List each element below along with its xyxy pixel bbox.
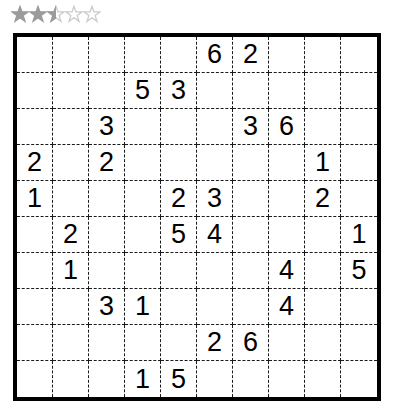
cell-r3c6[interactable] (197, 109, 233, 145)
cell-r4c5[interactable] (161, 145, 197, 181)
cell-r7c9[interactable] (305, 253, 341, 289)
cell-r4c3-clue: 2 (89, 145, 125, 181)
cell-r1c10[interactable] (341, 37, 377, 73)
cell-r2c2[interactable] (53, 73, 89, 109)
star-half-icon (47, 5, 65, 23)
cell-r3c7-clue: 3 (233, 109, 269, 145)
cell-r5c4[interactable] (125, 181, 161, 217)
cell-r6c1[interactable] (17, 217, 53, 253)
cell-r2c10[interactable] (341, 73, 377, 109)
cell-r10c7[interactable] (233, 361, 269, 397)
star-icon (83, 5, 101, 23)
cell-r5c3[interactable] (89, 181, 125, 217)
cell-r5c8[interactable] (269, 181, 305, 217)
puzzle-screenshot: 6253336221123225411453142615 (0, 0, 396, 412)
cell-r10c4-clue: 1 (125, 361, 161, 397)
cell-r7c2-clue: 1 (53, 253, 89, 289)
cell-r4c4[interactable] (125, 145, 161, 181)
cell-r5c9-clue: 2 (305, 181, 341, 217)
cell-r4c6[interactable] (197, 145, 233, 181)
cell-r4c7[interactable] (233, 145, 269, 181)
cell-r7c10-clue: 5 (341, 253, 377, 289)
cell-r8c2[interactable] (53, 289, 89, 325)
cell-r5c5-clue: 2 (161, 181, 197, 217)
cell-r10c2[interactable] (53, 361, 89, 397)
cell-r4c10[interactable] (341, 145, 377, 181)
cell-r1c7-clue: 2 (233, 37, 269, 73)
cell-r8c1[interactable] (17, 289, 53, 325)
cell-r8c8-clue: 4 (269, 289, 305, 325)
cell-r10c10[interactable] (341, 361, 377, 397)
cell-r4c2[interactable] (53, 145, 89, 181)
cell-r3c4[interactable] (125, 109, 161, 145)
cell-r6c2-clue: 2 (53, 217, 89, 253)
cell-r2c6[interactable] (197, 73, 233, 109)
cell-r5c6-clue: 3 (197, 181, 233, 217)
cell-r6c10-clue: 1 (341, 217, 377, 253)
cell-r3c2[interactable] (53, 109, 89, 145)
cell-r5c1-clue: 1 (17, 181, 53, 217)
cell-r6c9[interactable] (305, 217, 341, 253)
cell-r2c5-clue: 3 (161, 73, 197, 109)
star-icon (29, 5, 47, 23)
cell-r8c10[interactable] (341, 289, 377, 325)
cell-r2c7[interactable] (233, 73, 269, 109)
cell-r8c9[interactable] (305, 289, 341, 325)
difficulty-rating (11, 5, 101, 23)
cell-r9c9[interactable] (305, 325, 341, 361)
cell-r8c7[interactable] (233, 289, 269, 325)
cell-r3c9[interactable] (305, 109, 341, 145)
cell-r1c4[interactable] (125, 37, 161, 73)
cell-r3c10[interactable] (341, 109, 377, 145)
puzzle-grid: 6253336221123225411453142615 (13, 33, 381, 401)
cell-r1c3[interactable] (89, 37, 125, 73)
cell-r10c6[interactable] (197, 361, 233, 397)
cell-r9c3[interactable] (89, 325, 125, 361)
cell-r9c1[interactable] (17, 325, 53, 361)
cell-r5c7[interactable] (233, 181, 269, 217)
cell-r7c3[interactable] (89, 253, 125, 289)
cell-r9c5[interactable] (161, 325, 197, 361)
cell-r10c8[interactable] (269, 361, 305, 397)
cell-r1c2[interactable] (53, 37, 89, 73)
cell-r4c1-clue: 2 (17, 145, 53, 181)
cell-r7c8-clue: 4 (269, 253, 305, 289)
cell-r8c3-clue: 3 (89, 289, 125, 325)
cell-r9c4[interactable] (125, 325, 161, 361)
cell-r7c7[interactable] (233, 253, 269, 289)
cell-r9c10[interactable] (341, 325, 377, 361)
cell-r4c9-clue: 1 (305, 145, 341, 181)
cell-r9c6-clue: 2 (197, 325, 233, 361)
cell-r8c4-clue: 1 (125, 289, 161, 325)
cell-r6c6-clue: 4 (197, 217, 233, 253)
cell-r5c10[interactable] (341, 181, 377, 217)
cell-r10c9[interactable] (305, 361, 341, 397)
cell-r3c3-clue: 3 (89, 109, 125, 145)
cell-r2c8[interactable] (269, 73, 305, 109)
cell-r1c8[interactable] (269, 37, 305, 73)
cell-r8c5[interactable] (161, 289, 197, 325)
cell-r10c5-clue: 5 (161, 361, 197, 397)
cell-r1c1[interactable] (17, 37, 53, 73)
cell-r3c1[interactable] (17, 109, 53, 145)
cell-r7c6[interactable] (197, 253, 233, 289)
cell-r8c6[interactable] (197, 289, 233, 325)
cell-r6c3[interactable] (89, 217, 125, 253)
star-icon (65, 5, 83, 23)
cell-r1c6-clue: 6 (197, 37, 233, 73)
cell-r1c9[interactable] (305, 37, 341, 73)
cell-r7c1[interactable] (17, 253, 53, 289)
cell-r7c5[interactable] (161, 253, 197, 289)
cell-r2c4-clue: 5 (125, 73, 161, 109)
cell-r9c7-clue: 6 (233, 325, 269, 361)
cell-r6c8[interactable] (269, 217, 305, 253)
cell-r6c7[interactable] (233, 217, 269, 253)
cell-r9c8[interactable] (269, 325, 305, 361)
cell-r2c3[interactable] (89, 73, 125, 109)
cell-r3c5[interactable] (161, 109, 197, 145)
cell-r10c3[interactable] (89, 361, 125, 397)
cell-r2c9[interactable] (305, 73, 341, 109)
cell-r1c5[interactable] (161, 37, 197, 73)
cell-r6c4[interactable] (125, 217, 161, 253)
cell-r10c1[interactable] (17, 361, 53, 397)
cell-r9c2[interactable] (53, 325, 89, 361)
cell-r6c5-clue: 5 (161, 217, 197, 253)
cell-r2c1[interactable] (17, 73, 53, 109)
cell-r4c8[interactable] (269, 145, 305, 181)
cell-r7c4[interactable] (125, 253, 161, 289)
cell-r5c2[interactable] (53, 181, 89, 217)
cell-r3c8-clue: 6 (269, 109, 305, 145)
star-icon (11, 5, 29, 23)
